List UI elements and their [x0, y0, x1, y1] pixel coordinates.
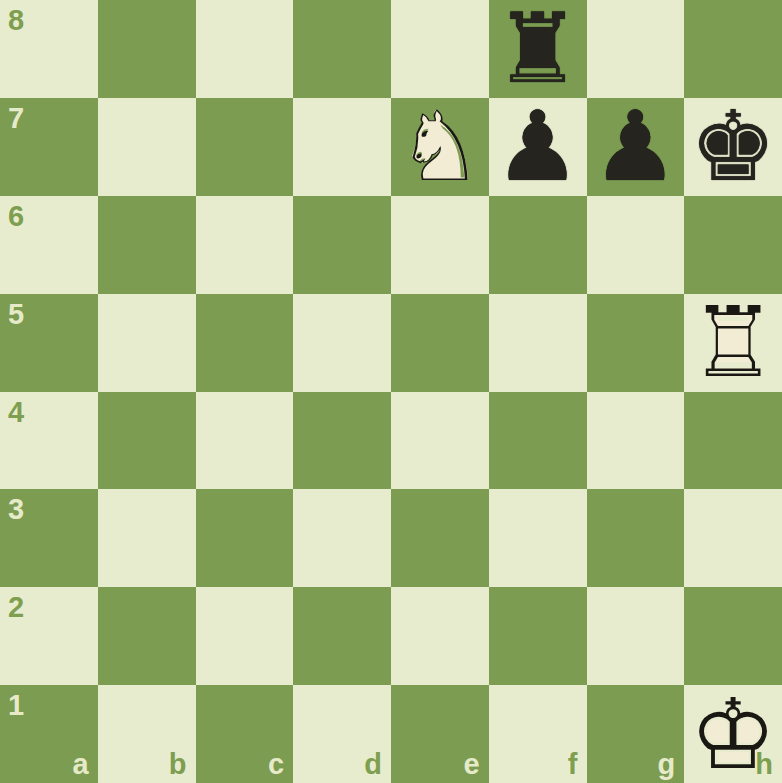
- file-label-a: a: [73, 750, 89, 779]
- square-b3[interactable]: [98, 489, 196, 587]
- square-e4[interactable]: [391, 392, 489, 490]
- square-d5[interactable]: [293, 294, 391, 392]
- square-a1[interactable]: 1a: [0, 685, 98, 783]
- rank-label-2: 2: [8, 593, 24, 622]
- square-g2[interactable]: [587, 587, 685, 685]
- square-e2[interactable]: [391, 587, 489, 685]
- square-f8[interactable]: ♜: [489, 0, 587, 98]
- square-a3[interactable]: 3: [0, 489, 98, 587]
- file-label-d: d: [364, 750, 382, 779]
- square-d4[interactable]: [293, 392, 391, 490]
- square-c8[interactable]: [196, 0, 294, 98]
- square-d2[interactable]: [293, 587, 391, 685]
- chess-board: 8♜7♞♘♟♟♚65♜♖4321abcdefgh♚♔: [0, 0, 782, 783]
- square-g7[interactable]: ♟: [587, 98, 685, 196]
- square-g1[interactable]: g: [587, 685, 685, 783]
- square-h7[interactable]: ♚: [684, 98, 782, 196]
- square-e7[interactable]: ♞♘: [391, 98, 489, 196]
- square-b1[interactable]: b: [98, 685, 196, 783]
- piece-outline-layer: ♘: [391, 98, 489, 196]
- rank-label-6: 6: [8, 202, 24, 231]
- square-c7[interactable]: [196, 98, 294, 196]
- square-a4[interactable]: 4: [0, 392, 98, 490]
- square-e3[interactable]: [391, 489, 489, 587]
- square-g8[interactable]: [587, 0, 685, 98]
- square-d3[interactable]: [293, 489, 391, 587]
- square-a8[interactable]: 8: [0, 0, 98, 98]
- square-a6[interactable]: 6: [0, 196, 98, 294]
- file-label-f: f: [568, 750, 578, 779]
- square-c5[interactable]: [196, 294, 294, 392]
- rank-label-1: 1: [8, 691, 24, 720]
- square-f6[interactable]: [489, 196, 587, 294]
- square-f3[interactable]: [489, 489, 587, 587]
- square-b2[interactable]: [98, 587, 196, 685]
- square-h2[interactable]: [684, 587, 782, 685]
- file-label-g: g: [658, 750, 676, 779]
- file-label-e: e: [464, 750, 480, 779]
- piece-outline-layer: ♔: [684, 685, 782, 783]
- square-b7[interactable]: [98, 98, 196, 196]
- square-c2[interactable]: [196, 587, 294, 685]
- square-h8[interactable]: [684, 0, 782, 98]
- piece-glyph: ♟: [587, 98, 685, 196]
- black-pawn[interactable]: ♟: [489, 98, 587, 196]
- square-f4[interactable]: [489, 392, 587, 490]
- square-a5[interactable]: 5: [0, 294, 98, 392]
- square-e6[interactable]: [391, 196, 489, 294]
- square-h6[interactable]: [684, 196, 782, 294]
- square-e8[interactable]: [391, 0, 489, 98]
- square-g5[interactable]: [587, 294, 685, 392]
- square-d1[interactable]: d: [293, 685, 391, 783]
- square-d7[interactable]: [293, 98, 391, 196]
- square-a2[interactable]: 2: [0, 587, 98, 685]
- square-b6[interactable]: [98, 196, 196, 294]
- square-e1[interactable]: e: [391, 685, 489, 783]
- square-f1[interactable]: f: [489, 685, 587, 783]
- square-h4[interactable]: [684, 392, 782, 490]
- square-h5[interactable]: ♜♖: [684, 294, 782, 392]
- square-f7[interactable]: ♟: [489, 98, 587, 196]
- square-b5[interactable]: [98, 294, 196, 392]
- square-c1[interactable]: c: [196, 685, 294, 783]
- black-king[interactable]: ♚: [684, 98, 782, 196]
- black-rook[interactable]: ♜: [489, 0, 587, 98]
- square-c3[interactable]: [196, 489, 294, 587]
- square-d6[interactable]: [293, 196, 391, 294]
- square-h3[interactable]: [684, 489, 782, 587]
- square-g6[interactable]: [587, 196, 685, 294]
- file-label-b: b: [169, 750, 187, 779]
- black-pawn[interactable]: ♟: [587, 98, 685, 196]
- square-d8[interactable]: [293, 0, 391, 98]
- square-f5[interactable]: [489, 294, 587, 392]
- board-wrapper: 8♜7♞♘♟♟♚65♜♖4321abcdefgh♚♔: [0, 0, 782, 783]
- square-e5[interactable]: [391, 294, 489, 392]
- square-c4[interactable]: [196, 392, 294, 490]
- square-c6[interactable]: [196, 196, 294, 294]
- square-f2[interactable]: [489, 587, 587, 685]
- piece-glyph: ♜: [489, 0, 587, 98]
- file-label-c: c: [268, 750, 284, 779]
- square-g4[interactable]: [587, 392, 685, 490]
- piece-outline-layer: ♖: [684, 294, 782, 392]
- white-king[interactable]: ♚♔: [684, 685, 782, 783]
- square-b8[interactable]: [98, 0, 196, 98]
- white-knight[interactable]: ♞♘: [391, 98, 489, 196]
- rank-label-3: 3: [8, 495, 24, 524]
- piece-glyph: ♚: [684, 98, 782, 196]
- piece-glyph: ♟: [489, 98, 587, 196]
- square-b4[interactable]: [98, 392, 196, 490]
- rank-label-8: 8: [8, 6, 24, 35]
- square-a7[interactable]: 7: [0, 98, 98, 196]
- white-rook[interactable]: ♜♖: [684, 294, 782, 392]
- square-h1[interactable]: h♚♔: [684, 685, 782, 783]
- rank-label-5: 5: [8, 300, 24, 329]
- rank-label-7: 7: [8, 104, 24, 133]
- rank-label-4: 4: [8, 398, 24, 427]
- square-g3[interactable]: [587, 489, 685, 587]
